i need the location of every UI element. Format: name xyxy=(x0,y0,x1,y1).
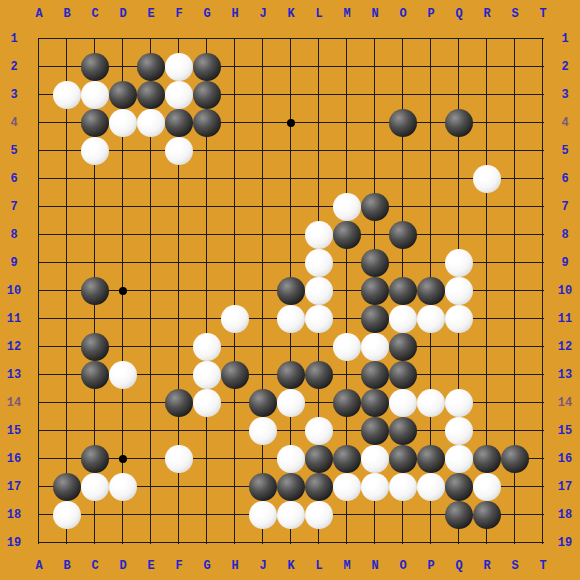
intersection[interactable] xyxy=(25,529,53,557)
intersection[interactable] xyxy=(417,501,445,529)
intersection[interactable] xyxy=(53,529,81,557)
intersection[interactable] xyxy=(445,417,473,445)
intersection[interactable] xyxy=(445,529,473,557)
intersection[interactable] xyxy=(109,137,137,165)
intersection[interactable] xyxy=(305,445,333,473)
intersection[interactable] xyxy=(445,277,473,305)
intersection[interactable] xyxy=(445,333,473,361)
intersection[interactable] xyxy=(193,389,221,417)
intersection[interactable] xyxy=(305,305,333,333)
intersection[interactable] xyxy=(249,81,277,109)
intersection[interactable] xyxy=(389,333,417,361)
intersection[interactable] xyxy=(221,501,249,529)
intersection[interactable] xyxy=(473,529,501,557)
intersection[interactable] xyxy=(109,333,137,361)
intersection[interactable] xyxy=(137,193,165,221)
intersection[interactable] xyxy=(53,473,81,501)
intersection[interactable] xyxy=(473,277,501,305)
intersection[interactable] xyxy=(305,277,333,305)
intersection[interactable] xyxy=(221,529,249,557)
intersection[interactable] xyxy=(473,193,501,221)
intersection[interactable] xyxy=(333,445,361,473)
intersection[interactable] xyxy=(109,109,137,137)
intersection[interactable] xyxy=(445,389,473,417)
intersection[interactable] xyxy=(109,277,137,305)
intersection[interactable] xyxy=(53,137,81,165)
intersection[interactable] xyxy=(501,361,529,389)
intersection[interactable] xyxy=(389,249,417,277)
intersection[interactable] xyxy=(137,389,165,417)
intersection[interactable] xyxy=(109,305,137,333)
intersection[interactable] xyxy=(305,501,333,529)
intersection[interactable] xyxy=(221,389,249,417)
intersection[interactable] xyxy=(417,165,445,193)
intersection[interactable] xyxy=(333,81,361,109)
intersection[interactable] xyxy=(333,165,361,193)
intersection[interactable] xyxy=(529,473,557,501)
intersection[interactable] xyxy=(417,389,445,417)
intersection[interactable] xyxy=(81,165,109,193)
intersection[interactable] xyxy=(53,249,81,277)
intersection[interactable] xyxy=(249,277,277,305)
intersection[interactable] xyxy=(277,473,305,501)
intersection[interactable] xyxy=(277,165,305,193)
intersection[interactable] xyxy=(53,109,81,137)
intersection[interactable] xyxy=(249,333,277,361)
intersection[interactable] xyxy=(81,389,109,417)
intersection[interactable] xyxy=(25,221,53,249)
intersection[interactable] xyxy=(221,473,249,501)
intersection[interactable] xyxy=(417,473,445,501)
intersection[interactable] xyxy=(445,305,473,333)
intersection[interactable] xyxy=(53,445,81,473)
intersection[interactable] xyxy=(389,53,417,81)
intersection[interactable] xyxy=(445,137,473,165)
intersection[interactable] xyxy=(277,529,305,557)
intersection[interactable] xyxy=(109,165,137,193)
intersection[interactable] xyxy=(165,109,193,137)
intersection[interactable] xyxy=(417,109,445,137)
intersection[interactable] xyxy=(361,25,389,53)
intersection[interactable] xyxy=(529,193,557,221)
intersection[interactable] xyxy=(221,445,249,473)
intersection[interactable] xyxy=(389,137,417,165)
intersection[interactable] xyxy=(361,333,389,361)
intersection[interactable] xyxy=(221,25,249,53)
intersection[interactable] xyxy=(417,137,445,165)
intersection[interactable] xyxy=(25,445,53,473)
intersection[interactable] xyxy=(137,109,165,137)
intersection[interactable] xyxy=(81,473,109,501)
intersection[interactable] xyxy=(193,333,221,361)
intersection[interactable] xyxy=(473,445,501,473)
intersection[interactable] xyxy=(109,389,137,417)
intersection[interactable] xyxy=(165,389,193,417)
intersection[interactable] xyxy=(389,193,417,221)
intersection[interactable] xyxy=(305,109,333,137)
intersection[interactable] xyxy=(529,81,557,109)
intersection[interactable] xyxy=(249,109,277,137)
intersection[interactable] xyxy=(473,417,501,445)
intersection[interactable] xyxy=(333,249,361,277)
intersection[interactable] xyxy=(529,417,557,445)
intersection[interactable] xyxy=(221,193,249,221)
intersection[interactable] xyxy=(109,193,137,221)
intersection[interactable] xyxy=(81,277,109,305)
intersection[interactable] xyxy=(249,361,277,389)
intersection[interactable] xyxy=(389,529,417,557)
intersection[interactable] xyxy=(25,305,53,333)
intersection[interactable] xyxy=(193,445,221,473)
intersection[interactable] xyxy=(277,417,305,445)
intersection[interactable] xyxy=(137,473,165,501)
intersection[interactable] xyxy=(193,361,221,389)
intersection[interactable] xyxy=(53,389,81,417)
intersection[interactable] xyxy=(445,501,473,529)
intersection[interactable] xyxy=(81,109,109,137)
intersection[interactable] xyxy=(193,25,221,53)
intersection[interactable] xyxy=(25,249,53,277)
intersection[interactable] xyxy=(53,193,81,221)
intersection[interactable] xyxy=(221,305,249,333)
intersection[interactable] xyxy=(473,389,501,417)
intersection[interactable] xyxy=(417,417,445,445)
intersection[interactable] xyxy=(193,249,221,277)
intersection[interactable] xyxy=(501,501,529,529)
intersection[interactable] xyxy=(333,501,361,529)
intersection[interactable] xyxy=(193,305,221,333)
intersection[interactable] xyxy=(501,417,529,445)
intersection[interactable] xyxy=(445,53,473,81)
intersection[interactable] xyxy=(277,25,305,53)
intersection[interactable] xyxy=(137,249,165,277)
intersection[interactable] xyxy=(249,473,277,501)
intersection[interactable] xyxy=(193,165,221,193)
intersection[interactable] xyxy=(109,361,137,389)
intersection[interactable] xyxy=(529,249,557,277)
intersection[interactable] xyxy=(81,445,109,473)
intersection[interactable] xyxy=(137,137,165,165)
intersection[interactable] xyxy=(305,473,333,501)
intersection[interactable] xyxy=(361,193,389,221)
intersection[interactable] xyxy=(137,165,165,193)
intersection[interactable] xyxy=(501,389,529,417)
intersection[interactable] xyxy=(165,221,193,249)
intersection[interactable] xyxy=(529,137,557,165)
intersection[interactable] xyxy=(193,193,221,221)
intersection[interactable] xyxy=(25,137,53,165)
intersection[interactable] xyxy=(501,193,529,221)
intersection[interactable] xyxy=(277,277,305,305)
intersection[interactable] xyxy=(81,193,109,221)
intersection[interactable] xyxy=(249,249,277,277)
intersection[interactable] xyxy=(165,529,193,557)
intersection[interactable] xyxy=(333,193,361,221)
intersection[interactable] xyxy=(529,109,557,137)
intersection[interactable] xyxy=(25,165,53,193)
intersection[interactable] xyxy=(473,333,501,361)
intersection[interactable] xyxy=(277,445,305,473)
intersection[interactable] xyxy=(25,501,53,529)
intersection[interactable] xyxy=(529,221,557,249)
intersection[interactable] xyxy=(473,473,501,501)
intersection[interactable] xyxy=(137,501,165,529)
intersection[interactable] xyxy=(361,361,389,389)
intersection[interactable] xyxy=(361,221,389,249)
intersection[interactable] xyxy=(109,501,137,529)
intersection[interactable] xyxy=(417,277,445,305)
intersection[interactable] xyxy=(249,529,277,557)
intersection[interactable] xyxy=(137,361,165,389)
intersection[interactable] xyxy=(445,81,473,109)
intersection[interactable] xyxy=(361,277,389,305)
intersection[interactable] xyxy=(389,361,417,389)
intersection[interactable] xyxy=(81,361,109,389)
intersection[interactable] xyxy=(529,529,557,557)
intersection[interactable] xyxy=(221,81,249,109)
intersection[interactable] xyxy=(249,501,277,529)
intersection[interactable] xyxy=(305,361,333,389)
intersection[interactable] xyxy=(81,529,109,557)
intersection[interactable] xyxy=(305,529,333,557)
intersection[interactable] xyxy=(137,417,165,445)
intersection[interactable] xyxy=(221,137,249,165)
intersection[interactable] xyxy=(53,305,81,333)
intersection[interactable] xyxy=(333,277,361,305)
intersection[interactable] xyxy=(249,445,277,473)
intersection[interactable] xyxy=(529,445,557,473)
intersection[interactable] xyxy=(445,473,473,501)
intersection[interactable] xyxy=(361,305,389,333)
intersection[interactable] xyxy=(361,53,389,81)
intersection[interactable] xyxy=(165,25,193,53)
intersection[interactable] xyxy=(277,81,305,109)
intersection[interactable] xyxy=(277,221,305,249)
intersection[interactable] xyxy=(501,53,529,81)
intersection[interactable] xyxy=(25,333,53,361)
intersection[interactable] xyxy=(165,193,193,221)
intersection[interactable] xyxy=(529,25,557,53)
intersection[interactable] xyxy=(25,109,53,137)
intersection[interactable] xyxy=(221,221,249,249)
intersection[interactable] xyxy=(81,417,109,445)
intersection[interactable] xyxy=(361,109,389,137)
intersection[interactable] xyxy=(445,361,473,389)
intersection[interactable] xyxy=(529,305,557,333)
intersection[interactable] xyxy=(417,305,445,333)
intersection[interactable] xyxy=(333,137,361,165)
intersection[interactable] xyxy=(249,417,277,445)
intersection[interactable] xyxy=(193,501,221,529)
intersection[interactable] xyxy=(249,25,277,53)
intersection[interactable] xyxy=(417,249,445,277)
intersection[interactable] xyxy=(389,109,417,137)
intersection[interactable] xyxy=(529,361,557,389)
intersection[interactable] xyxy=(25,277,53,305)
intersection[interactable] xyxy=(333,417,361,445)
intersection[interactable] xyxy=(501,165,529,193)
intersection[interactable] xyxy=(389,305,417,333)
intersection[interactable] xyxy=(53,501,81,529)
intersection[interactable] xyxy=(25,81,53,109)
intersection[interactable] xyxy=(445,165,473,193)
intersection[interactable] xyxy=(277,389,305,417)
intersection[interactable] xyxy=(53,221,81,249)
intersection[interactable] xyxy=(361,165,389,193)
intersection[interactable] xyxy=(221,277,249,305)
intersection[interactable] xyxy=(305,81,333,109)
intersection[interactable] xyxy=(193,137,221,165)
intersection[interactable] xyxy=(333,53,361,81)
intersection[interactable] xyxy=(361,389,389,417)
intersection[interactable] xyxy=(277,193,305,221)
intersection[interactable] xyxy=(165,53,193,81)
intersection[interactable] xyxy=(221,361,249,389)
intersection[interactable] xyxy=(445,445,473,473)
intersection[interactable] xyxy=(137,81,165,109)
intersection[interactable] xyxy=(501,529,529,557)
intersection[interactable] xyxy=(193,81,221,109)
intersection[interactable] xyxy=(53,277,81,305)
intersection[interactable] xyxy=(81,333,109,361)
intersection[interactable] xyxy=(53,361,81,389)
intersection[interactable] xyxy=(305,249,333,277)
intersection[interactable] xyxy=(305,389,333,417)
intersection[interactable] xyxy=(165,333,193,361)
intersection[interactable] xyxy=(529,333,557,361)
intersection[interactable] xyxy=(277,333,305,361)
intersection[interactable] xyxy=(109,81,137,109)
intersection[interactable] xyxy=(109,417,137,445)
intersection[interactable] xyxy=(221,53,249,81)
intersection[interactable] xyxy=(473,81,501,109)
intersection[interactable] xyxy=(81,305,109,333)
intersection[interactable] xyxy=(81,137,109,165)
intersection[interactable] xyxy=(165,249,193,277)
intersection[interactable] xyxy=(53,81,81,109)
intersection[interactable] xyxy=(221,333,249,361)
intersection[interactable] xyxy=(417,529,445,557)
intersection[interactable] xyxy=(109,445,137,473)
intersection[interactable] xyxy=(417,445,445,473)
intersection[interactable] xyxy=(277,305,305,333)
intersection[interactable] xyxy=(249,165,277,193)
intersection[interactable] xyxy=(389,473,417,501)
intersection[interactable] xyxy=(333,389,361,417)
intersection[interactable] xyxy=(361,417,389,445)
intersection[interactable] xyxy=(501,81,529,109)
intersection[interactable] xyxy=(137,25,165,53)
intersection[interactable] xyxy=(109,221,137,249)
intersection[interactable] xyxy=(445,249,473,277)
intersection[interactable] xyxy=(193,277,221,305)
intersection[interactable] xyxy=(361,445,389,473)
intersection[interactable] xyxy=(333,221,361,249)
intersection[interactable] xyxy=(137,529,165,557)
intersection[interactable] xyxy=(473,25,501,53)
intersection[interactable] xyxy=(473,221,501,249)
intersection[interactable] xyxy=(137,221,165,249)
intersection[interactable] xyxy=(249,53,277,81)
intersection[interactable] xyxy=(137,445,165,473)
intersection[interactable] xyxy=(361,529,389,557)
intersection[interactable] xyxy=(277,137,305,165)
intersection[interactable] xyxy=(53,333,81,361)
intersection[interactable] xyxy=(501,221,529,249)
intersection[interactable] xyxy=(333,305,361,333)
intersection[interactable] xyxy=(25,25,53,53)
intersection[interactable] xyxy=(277,249,305,277)
intersection[interactable] xyxy=(53,165,81,193)
intersection[interactable] xyxy=(165,445,193,473)
intersection[interactable] xyxy=(193,473,221,501)
intersection[interactable] xyxy=(389,389,417,417)
intersection[interactable] xyxy=(501,249,529,277)
intersection[interactable] xyxy=(165,501,193,529)
intersection[interactable] xyxy=(445,193,473,221)
intersection[interactable] xyxy=(53,417,81,445)
intersection[interactable] xyxy=(165,361,193,389)
intersection[interactable] xyxy=(445,221,473,249)
intersection[interactable] xyxy=(81,81,109,109)
intersection[interactable] xyxy=(529,53,557,81)
intersection[interactable] xyxy=(417,333,445,361)
intersection[interactable] xyxy=(389,445,417,473)
intersection[interactable] xyxy=(193,529,221,557)
intersection[interactable] xyxy=(305,137,333,165)
intersection[interactable] xyxy=(333,333,361,361)
intersection[interactable] xyxy=(165,165,193,193)
intersection[interactable] xyxy=(333,25,361,53)
intersection[interactable] xyxy=(277,501,305,529)
intersection[interactable] xyxy=(193,417,221,445)
intersection[interactable] xyxy=(473,109,501,137)
intersection[interactable] xyxy=(417,53,445,81)
intersection[interactable] xyxy=(361,249,389,277)
intersection[interactable] xyxy=(165,305,193,333)
intersection[interactable] xyxy=(249,305,277,333)
intersection[interactable] xyxy=(501,333,529,361)
intersection[interactable] xyxy=(137,333,165,361)
intersection[interactable] xyxy=(333,529,361,557)
intersection[interactable] xyxy=(25,389,53,417)
intersection[interactable] xyxy=(81,501,109,529)
intersection[interactable] xyxy=(81,249,109,277)
intersection[interactable] xyxy=(165,137,193,165)
intersection[interactable] xyxy=(305,333,333,361)
intersection[interactable] xyxy=(81,221,109,249)
intersection[interactable] xyxy=(249,389,277,417)
intersection[interactable] xyxy=(333,109,361,137)
intersection[interactable] xyxy=(221,165,249,193)
intersection[interactable] xyxy=(305,165,333,193)
intersection[interactable] xyxy=(305,53,333,81)
intersection[interactable] xyxy=(389,25,417,53)
intersection[interactable] xyxy=(361,473,389,501)
intersection[interactable] xyxy=(137,277,165,305)
intersection[interactable] xyxy=(305,193,333,221)
intersection[interactable] xyxy=(109,529,137,557)
intersection[interactable] xyxy=(109,53,137,81)
intersection[interactable] xyxy=(417,221,445,249)
intersection[interactable] xyxy=(165,417,193,445)
intersection[interactable] xyxy=(501,277,529,305)
intersection[interactable] xyxy=(333,473,361,501)
intersection[interactable] xyxy=(109,473,137,501)
intersection[interactable] xyxy=(501,25,529,53)
intersection[interactable] xyxy=(501,305,529,333)
intersection[interactable] xyxy=(417,25,445,53)
